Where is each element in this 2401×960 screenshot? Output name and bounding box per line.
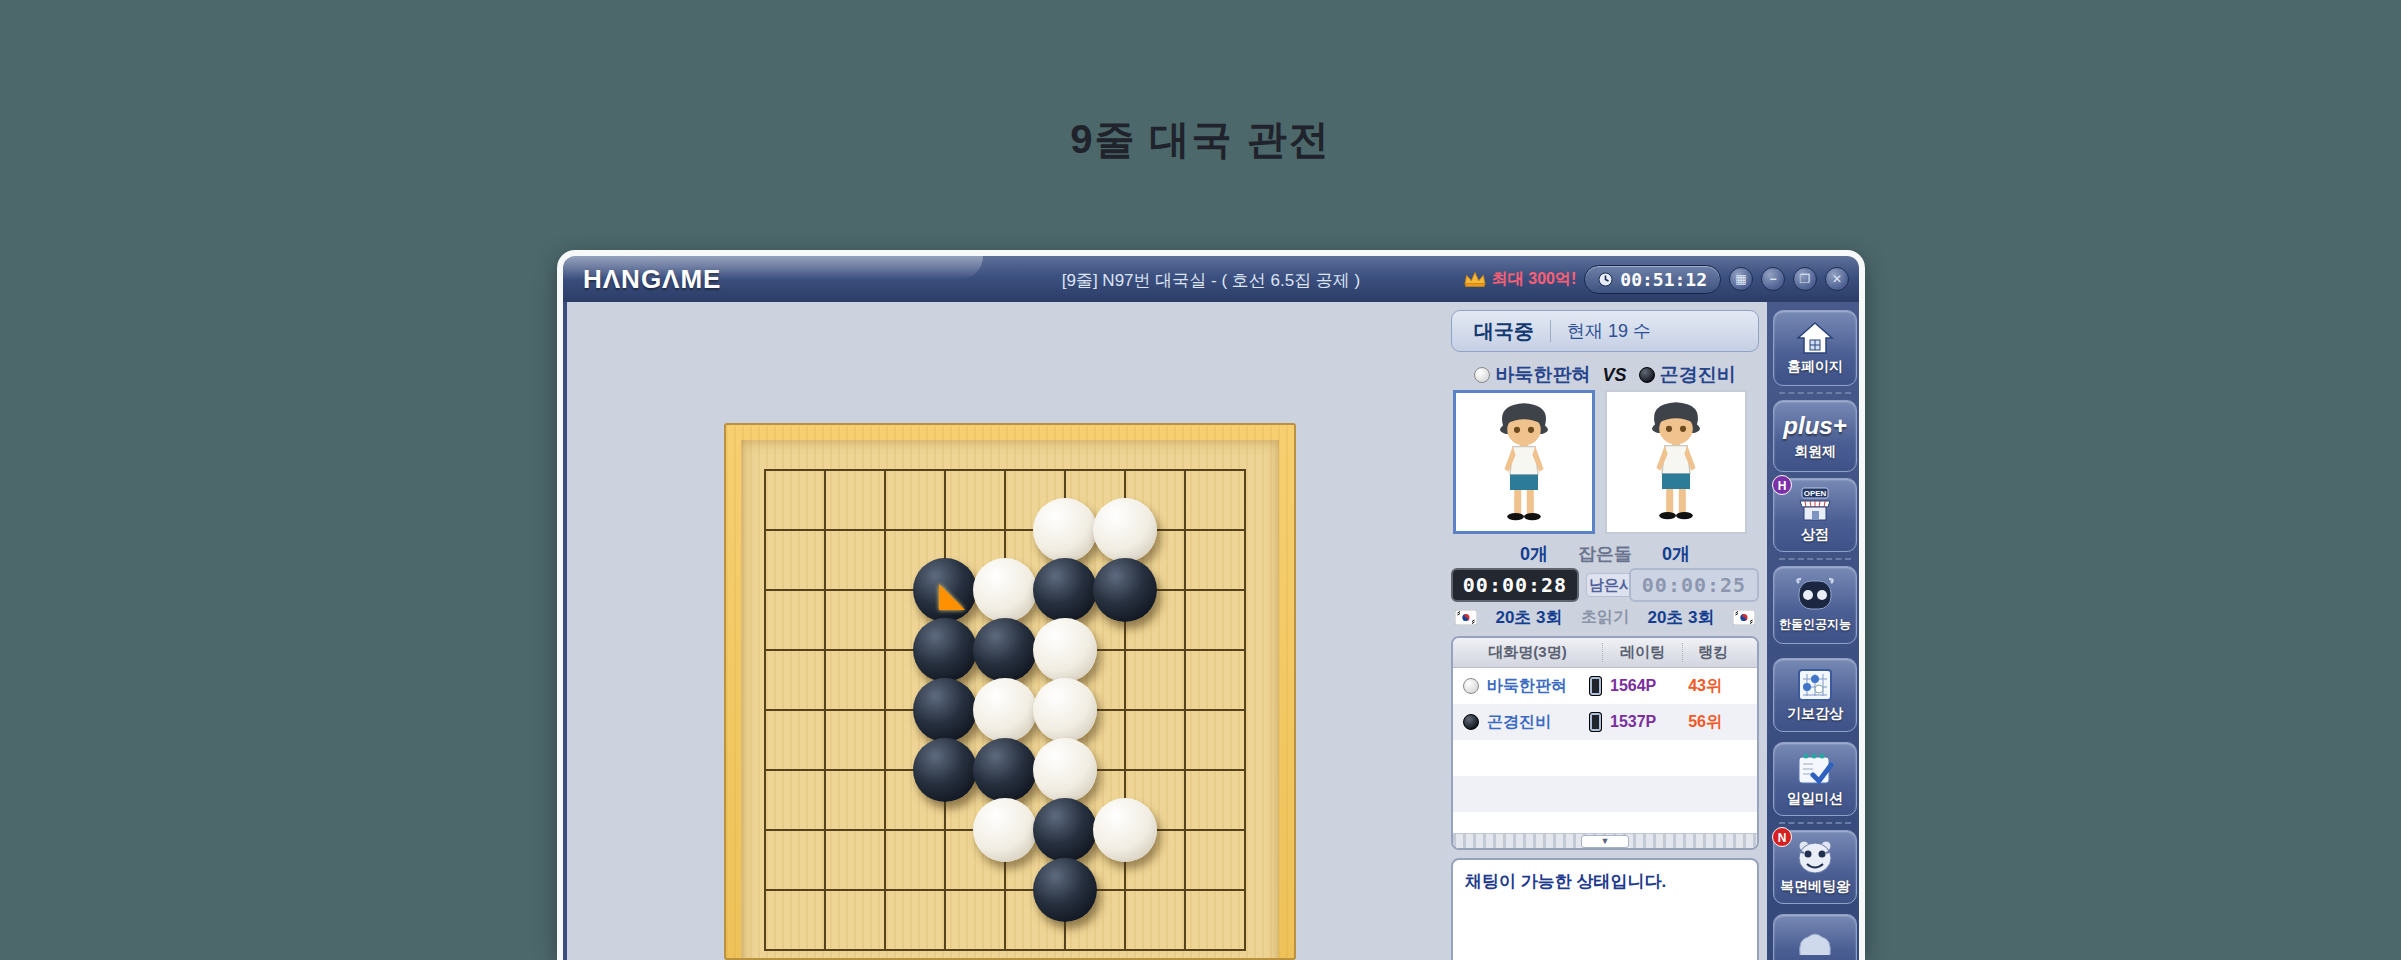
sidebar: 홈페이지 plus+ 회원제 H OPEN 상점 xyxy=(1767,302,1859,960)
crown-icon xyxy=(1463,270,1487,288)
menu-button[interactable]: ▦ xyxy=(1729,267,1753,291)
page-title: 9줄 대국 관전 xyxy=(0,112,2401,167)
white-stone xyxy=(1033,678,1097,742)
roster-scrollbar[interactable]: ▼ xyxy=(1453,833,1757,848)
black-stone xyxy=(1033,558,1097,622)
svg-text:OPEN: OPEN xyxy=(1804,489,1827,498)
sidebar-item-handol-ai[interactable]: 한돌인공지능 xyxy=(1773,566,1857,644)
sidebar-item-masked-betting-king[interactable]: N 복면베팅왕 xyxy=(1773,830,1857,904)
player-roster: 대화명(3명) 레이팅 랭킹 바둑한판혀 1564P 43위 곤경진비 1537… xyxy=(1451,636,1759,850)
partial-icon xyxy=(1794,929,1836,959)
white-stone xyxy=(1093,798,1157,862)
session-timer: 00:51:12 xyxy=(1584,265,1721,294)
restore-button[interactable]: ❐ xyxy=(1793,267,1817,291)
black-stone xyxy=(1033,798,1097,862)
avatar xyxy=(1634,398,1718,524)
sidebar-item-game-records[interactable]: 기보감상 xyxy=(1773,658,1857,732)
go-board-icon xyxy=(1796,668,1834,702)
white-stone xyxy=(973,798,1037,862)
roster-name: 바둑한판혀 xyxy=(1487,676,1589,697)
white-clock: 00:00:28 xyxy=(1451,568,1579,602)
plus-logo: plus+ xyxy=(1783,412,1846,440)
black-stone xyxy=(1093,558,1157,622)
scroll-down-arrow-icon[interactable]: ▼ xyxy=(1581,835,1629,848)
byoyomi-row: 20초 3회 초읽기 20초 3회 xyxy=(1451,606,1759,629)
roster-rank: 43위 xyxy=(1674,676,1732,697)
black-stone xyxy=(913,558,977,622)
captures-label: 잡은돌 xyxy=(1578,542,1632,566)
jackpot-promo[interactable]: 최대 300억! xyxy=(1463,269,1576,290)
white-captures: 0개 xyxy=(1520,542,1548,566)
session-timer-value: 00:51:12 xyxy=(1620,269,1707,290)
players-row: 바둑한판혀 VS 곤경진비 xyxy=(1451,362,1759,388)
black-stone xyxy=(973,618,1037,682)
window-content: 대국중 현재 19 수 바둑한판혀 VS 곤경진비 xyxy=(563,302,1859,960)
vs-label: VS xyxy=(1602,365,1626,386)
white-stone xyxy=(1033,498,1097,562)
chat-log[interactable]: 채팅이 가능한 상태입니다. xyxy=(1451,858,1759,960)
white-stone xyxy=(1033,618,1097,682)
black-stone-icon xyxy=(1639,367,1655,383)
roster-row[interactable]: 곤경진비 1537P 56위 xyxy=(1453,704,1757,740)
white-byoyomi: 20초 3회 xyxy=(1495,606,1562,629)
close-button[interactable]: ✕ xyxy=(1825,267,1849,291)
black-stone xyxy=(1033,858,1097,922)
white-player-avatar[interactable] xyxy=(1453,390,1595,534)
roster-rating: 1564P xyxy=(1610,677,1674,695)
roster-rating: 1537P xyxy=(1610,713,1674,731)
mobile-device-icon xyxy=(1589,676,1602,696)
roster-col-name: 대화명(3명) xyxy=(1453,643,1603,662)
sidebar-divider xyxy=(1779,558,1851,560)
black-stone xyxy=(973,738,1037,802)
tiger-mask-icon xyxy=(1794,839,1836,875)
sidebar-item-membership[interactable]: plus+ 회원제 xyxy=(1773,400,1857,472)
black-captures: 0개 xyxy=(1662,542,1690,566)
black-stone xyxy=(913,618,977,682)
h-badge: H xyxy=(1772,475,1792,495)
roster-name: 곤경진비 xyxy=(1487,712,1589,733)
white-stone xyxy=(973,558,1037,622)
black-byoyomi: 20초 3회 xyxy=(1647,606,1714,629)
white-stone xyxy=(973,678,1037,742)
game-window: HΛNGΛME [9줄] N97번 대국실 - ( 호선 6.5집 공제 ) 최… xyxy=(557,250,1865,960)
mobile-device-icon xyxy=(1589,712,1602,732)
sidebar-item-shop[interactable]: H OPEN 상점 xyxy=(1773,478,1857,552)
black-stone xyxy=(913,738,977,802)
white-stone-icon xyxy=(1463,678,1479,694)
robot-icon xyxy=(1793,577,1837,613)
shop-open-icon: OPEN xyxy=(1794,487,1836,523)
white-player-name: 바둑한판혀 xyxy=(1495,364,1590,385)
n-badge: N xyxy=(1772,827,1792,847)
captures-row: 0개 잡은돌 0개 xyxy=(1451,542,1759,566)
white-stone xyxy=(1093,498,1157,562)
black-player-name: 곤경진비 xyxy=(1660,364,1736,385)
roster-row[interactable]: 바둑한판혀 1564P 43위 xyxy=(1453,668,1757,704)
promo-text: 최대 300억! xyxy=(1492,269,1576,290)
last-move-marker xyxy=(939,584,965,610)
black-player-avatar[interactable] xyxy=(1605,390,1747,534)
sidebar-item-partial[interactable] xyxy=(1773,914,1857,960)
black-stone-icon xyxy=(1463,714,1479,730)
move-counter: 현재 19 수 xyxy=(1567,319,1651,343)
black-stone xyxy=(913,678,977,742)
avatar xyxy=(1482,399,1566,525)
white-stone-icon xyxy=(1474,367,1490,383)
roster-col-rating: 레이팅 xyxy=(1603,643,1683,662)
white-stone xyxy=(1033,738,1097,802)
black-clock: 00:00:25 xyxy=(1629,568,1759,602)
roster-header: 대화명(3명) 레이팅 랭킹 xyxy=(1453,638,1757,668)
roster-rank: 56위 xyxy=(1674,712,1732,733)
roster-col-rank: 랭킹 xyxy=(1683,643,1743,662)
chat-status-message: 채팅이 가능한 상태입니다. xyxy=(1465,870,1745,893)
korea-flag-icon xyxy=(1455,610,1477,625)
go-board[interactable] xyxy=(724,423,1296,960)
game-status-box: 대국중 현재 19 수 xyxy=(1451,310,1759,352)
sidebar-item-homepage[interactable]: 홈페이지 xyxy=(1773,310,1857,386)
sidebar-divider xyxy=(1779,822,1851,824)
byoyomi-label: 초읽기 xyxy=(1581,607,1629,628)
house-icon xyxy=(1795,321,1835,355)
sidebar-divider xyxy=(1779,392,1851,394)
sidebar-item-daily-mission[interactable]: 일일미션 xyxy=(1773,742,1857,816)
clock-icon xyxy=(1598,272,1613,287)
korea-flag-icon xyxy=(1733,610,1755,625)
calendar-check-icon xyxy=(1795,751,1835,787)
titlebar: HΛNGΛME [9줄] N97번 대국실 - ( 호선 6.5집 공제 ) 최… xyxy=(563,256,1859,302)
minimize-button[interactable]: − xyxy=(1761,267,1785,291)
status-badge: 대국중 xyxy=(1474,318,1534,345)
